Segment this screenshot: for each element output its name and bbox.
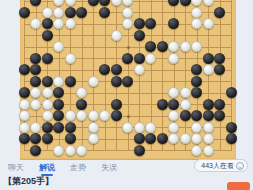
white-stone <box>122 7 133 18</box>
white-stone <box>191 7 202 18</box>
black-stone <box>134 30 145 41</box>
black-stone <box>134 53 145 64</box>
black-stone <box>19 87 30 98</box>
black-stone <box>19 64 30 75</box>
black-stone <box>145 41 156 52</box>
black-stone <box>214 110 225 121</box>
white-stone <box>191 145 202 156</box>
white-stone <box>203 0 214 6</box>
black-stone <box>53 110 64 121</box>
black-stone <box>214 53 225 64</box>
white-stone <box>122 18 133 29</box>
white-stone <box>168 53 179 64</box>
white-stone <box>65 53 76 64</box>
black-stone <box>99 0 110 6</box>
white-stone <box>203 64 214 75</box>
viewers-count-label: 443人在看 <box>201 161 234 171</box>
go-broadcast-screen: 聊天解说走势失误 443人在看 › 【第205手】 <box>0 0 253 190</box>
white-stone <box>76 145 87 156</box>
black-stone <box>42 30 53 41</box>
black-stone <box>134 18 145 29</box>
white-stone <box>53 41 64 52</box>
white-stone <box>191 122 202 133</box>
white-stone <box>65 145 76 156</box>
white-stone <box>65 18 76 29</box>
white-stone <box>168 87 179 98</box>
white-stone <box>203 18 214 29</box>
white-stone <box>30 122 41 133</box>
white-stone <box>111 0 122 6</box>
black-stone <box>76 99 87 110</box>
black-stone <box>145 18 156 29</box>
black-stone <box>88 0 99 6</box>
grid-line-vertical <box>220 0 221 151</box>
white-stone <box>76 87 87 98</box>
white-stone <box>191 41 202 52</box>
black-stone <box>226 87 237 98</box>
white-stone <box>88 76 99 87</box>
white-stone <box>145 122 156 133</box>
black-stone <box>168 18 179 29</box>
move-number-caption: 【第205手】 <box>3 175 54 188</box>
white-stone <box>88 133 99 144</box>
white-stone <box>180 133 191 144</box>
black-stone <box>111 64 122 75</box>
black-stone <box>214 99 225 110</box>
black-stone <box>65 133 76 144</box>
black-stone <box>134 145 145 156</box>
white-stone <box>53 76 64 87</box>
black-stone <box>30 145 41 156</box>
white-stone <box>180 41 191 52</box>
viewers-badge[interactable]: 443人在看 › <box>194 159 248 172</box>
grid-line-vertical <box>105 0 106 151</box>
white-stone <box>191 133 202 144</box>
white-stone <box>30 87 41 98</box>
white-stone <box>42 87 53 98</box>
black-stone <box>122 76 133 87</box>
white-stone <box>19 122 30 133</box>
black-stone <box>42 133 53 144</box>
black-stone <box>30 133 41 144</box>
star-point <box>127 115 130 118</box>
white-stone <box>65 110 76 121</box>
chevron-right-icon: › <box>236 162 244 170</box>
black-stone <box>226 122 237 133</box>
black-stone <box>168 0 179 6</box>
black-stone <box>214 7 225 18</box>
black-stone <box>19 7 30 18</box>
black-stone <box>19 133 30 144</box>
white-stone <box>145 53 156 64</box>
black-stone <box>30 76 41 87</box>
black-stone <box>42 122 53 133</box>
black-stone <box>30 64 41 75</box>
white-stone <box>168 110 179 121</box>
black-stone <box>42 53 53 64</box>
black-stone <box>180 110 191 121</box>
black-stone <box>65 7 76 18</box>
tab-4[interactable]: 失误 <box>101 163 117 173</box>
white-stone <box>30 18 41 29</box>
orange-action-button[interactable] <box>227 182 250 190</box>
white-stone <box>134 122 145 133</box>
black-stone <box>65 122 76 133</box>
tab-1[interactable]: 聊天 <box>8 163 24 173</box>
black-stone <box>99 64 110 75</box>
black-stone <box>203 53 214 64</box>
black-stone <box>157 41 168 52</box>
white-stone <box>53 7 64 18</box>
white-stone <box>42 110 53 121</box>
white-stone <box>53 0 64 6</box>
grid-line-vertical <box>185 0 186 151</box>
black-stone <box>214 64 225 75</box>
black-stone <box>191 76 202 87</box>
white-stone <box>19 110 30 121</box>
white-stone <box>53 18 64 29</box>
black-stone <box>111 110 122 121</box>
black-stone <box>191 110 202 121</box>
black-stone <box>191 64 202 75</box>
black-stone <box>122 53 133 64</box>
white-stone <box>88 110 99 121</box>
black-stone <box>30 53 41 64</box>
white-stone <box>122 122 133 133</box>
white-stone <box>191 18 202 29</box>
black-stone <box>191 87 202 98</box>
white-stone <box>19 99 30 110</box>
black-stone <box>145 133 156 144</box>
white-stone <box>191 0 202 6</box>
white-stone <box>53 145 64 156</box>
go-board[interactable] <box>20 0 236 160</box>
black-stone <box>203 110 214 121</box>
white-stone <box>134 64 145 75</box>
black-stone <box>157 99 168 110</box>
star-point <box>127 46 130 49</box>
black-stone <box>53 122 64 133</box>
tab-2[interactable]: 解说 <box>39 163 55 173</box>
white-stone <box>42 7 53 18</box>
white-stone <box>76 110 87 121</box>
white-stone <box>111 30 122 41</box>
black-stone <box>226 133 237 144</box>
black-stone <box>42 76 53 87</box>
white-stone <box>122 0 133 6</box>
white-stone <box>42 99 53 110</box>
black-stone <box>111 99 122 110</box>
white-stone <box>99 110 110 121</box>
white-stone <box>180 99 191 110</box>
black-stone <box>65 76 76 87</box>
white-stone <box>168 133 179 144</box>
black-stone <box>53 87 64 98</box>
black-stone <box>30 0 41 6</box>
black-stone <box>134 133 145 144</box>
tab-3[interactable]: 走势 <box>70 163 86 173</box>
black-stone <box>76 7 87 18</box>
black-stone <box>111 76 122 87</box>
white-stone <box>65 0 76 6</box>
black-stone <box>180 0 191 6</box>
black-stone <box>42 18 53 29</box>
black-stone <box>157 133 168 144</box>
black-stone <box>203 99 214 110</box>
white-stone <box>203 145 214 156</box>
black-stone <box>99 7 110 18</box>
white-stone <box>180 87 191 98</box>
white-stone <box>30 99 41 110</box>
white-stone <box>203 122 214 133</box>
white-stone <box>203 133 214 144</box>
white-stone <box>168 41 179 52</box>
white-stone <box>168 122 179 133</box>
black-stone <box>53 99 64 110</box>
black-stone <box>168 99 179 110</box>
grid-line-vertical <box>162 0 163 151</box>
white-stone <box>88 122 99 133</box>
